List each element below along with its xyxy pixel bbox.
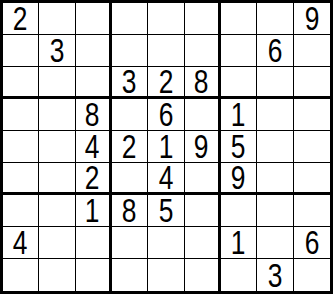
cell-r8c5[interactable] xyxy=(148,227,184,259)
sudoku-board: 2936328861421952491854163 xyxy=(0,0,333,294)
given-digit: 4 xyxy=(13,227,28,259)
given-digit: 6 xyxy=(159,99,174,131)
given-digit: 3 xyxy=(122,67,137,98)
cell-r2c9[interactable] xyxy=(294,35,330,67)
cell-r2c1[interactable] xyxy=(3,35,39,67)
cell-r3c8[interactable] xyxy=(257,67,293,99)
cell-r8c4[interactable] xyxy=(112,227,148,259)
cell-r9c5[interactable] xyxy=(148,259,184,291)
cell-r1c6[interactable] xyxy=(185,3,221,35)
cell-r3c3[interactable] xyxy=(76,67,112,99)
cell-r4c3[interactable]: 8 xyxy=(76,99,112,131)
cell-r9c9[interactable] xyxy=(294,259,330,291)
cell-r9c6[interactable] xyxy=(185,259,221,291)
cell-r2c8[interactable]: 6 xyxy=(257,35,293,67)
cell-r1c5[interactable] xyxy=(148,3,184,35)
cell-r6c6[interactable] xyxy=(185,163,221,195)
cell-r7c4[interactable]: 8 xyxy=(112,195,148,227)
cell-r8c9[interactable]: 6 xyxy=(294,227,330,259)
cell-r2c5[interactable] xyxy=(148,35,184,67)
cell-r9c8[interactable]: 3 xyxy=(257,259,293,291)
cell-r9c1[interactable] xyxy=(3,259,39,291)
given-digit: 4 xyxy=(85,131,100,163)
cell-r3c2[interactable] xyxy=(39,67,75,99)
given-digit: 6 xyxy=(304,227,319,259)
cell-r1c8[interactable] xyxy=(257,3,293,35)
cell-r2c2[interactable]: 3 xyxy=(39,35,75,67)
cell-r5c8[interactable] xyxy=(257,131,293,163)
cell-r8c1[interactable]: 4 xyxy=(3,227,39,259)
given-digit: 2 xyxy=(159,67,174,98)
given-digit: 1 xyxy=(159,131,174,163)
cell-r4c4[interactable] xyxy=(112,99,148,131)
cell-r1c2[interactable] xyxy=(39,3,75,35)
given-digit: 5 xyxy=(159,195,174,227)
cell-r3c6[interactable]: 8 xyxy=(185,67,221,99)
cell-r8c7[interactable]: 1 xyxy=(221,227,257,259)
cell-r8c2[interactable] xyxy=(39,227,75,259)
cell-r3c9[interactable] xyxy=(294,67,330,99)
cell-r2c4[interactable] xyxy=(112,35,148,67)
cell-r7c2[interactable] xyxy=(39,195,75,227)
cell-r6c2[interactable] xyxy=(39,163,75,195)
cell-r1c4[interactable] xyxy=(112,3,148,35)
cell-r7c5[interactable]: 5 xyxy=(148,195,184,227)
cell-r5c4[interactable]: 2 xyxy=(112,131,148,163)
given-digit: 8 xyxy=(85,99,100,131)
cell-r3c7[interactable] xyxy=(221,67,257,99)
cell-r3c1[interactable] xyxy=(3,67,39,99)
cell-r1c3[interactable] xyxy=(76,3,112,35)
cell-r2c7[interactable] xyxy=(221,35,257,67)
cell-r9c4[interactable] xyxy=(112,259,148,291)
cell-r6c8[interactable] xyxy=(257,163,293,195)
cell-r6c4[interactable] xyxy=(112,163,148,195)
given-digit: 1 xyxy=(231,227,246,259)
given-digit: 2 xyxy=(85,163,100,194)
given-digit: 2 xyxy=(13,3,28,35)
cell-r8c3[interactable] xyxy=(76,227,112,259)
given-digit: 6 xyxy=(268,35,283,67)
cell-r9c3[interactable] xyxy=(76,259,112,291)
cell-r2c6[interactable] xyxy=(185,35,221,67)
cell-r4c7[interactable]: 1 xyxy=(221,99,257,131)
given-digit: 2 xyxy=(122,131,137,163)
given-digit: 1 xyxy=(85,195,100,227)
given-digit: 5 xyxy=(231,131,246,163)
cell-r4c9[interactable] xyxy=(294,99,330,131)
cell-r1c7[interactable] xyxy=(221,3,257,35)
given-digit: 9 xyxy=(231,163,246,194)
cell-r4c8[interactable] xyxy=(257,99,293,131)
given-digit: 4 xyxy=(159,163,174,194)
cell-r4c5[interactable]: 6 xyxy=(148,99,184,131)
cell-r7c1[interactable] xyxy=(3,195,39,227)
cell-r4c1[interactable] xyxy=(3,99,39,131)
cell-r4c6[interactable] xyxy=(185,99,221,131)
cell-r8c8[interactable] xyxy=(257,227,293,259)
cell-r4c2[interactable] xyxy=(39,99,75,131)
given-digit: 3 xyxy=(50,35,65,67)
cell-r8c6[interactable] xyxy=(185,227,221,259)
given-digit: 8 xyxy=(194,67,209,98)
cell-r5c3[interactable]: 4 xyxy=(76,131,112,163)
cell-r5c7[interactable]: 5 xyxy=(221,131,257,163)
cell-r5c2[interactable] xyxy=(39,131,75,163)
cell-r6c3[interactable]: 2 xyxy=(76,163,112,195)
cell-r2c3[interactable] xyxy=(76,35,112,67)
cell-r7c3[interactable]: 1 xyxy=(76,195,112,227)
cell-r5c9[interactable] xyxy=(294,131,330,163)
cell-r1c9[interactable]: 9 xyxy=(294,3,330,35)
cell-r6c9[interactable] xyxy=(294,163,330,195)
cell-r7c7[interactable] xyxy=(221,195,257,227)
cell-r5c5[interactable]: 1 xyxy=(148,131,184,163)
given-digit: 9 xyxy=(304,3,319,35)
cell-r3c4[interactable]: 3 xyxy=(112,67,148,99)
cell-r7c8[interactable] xyxy=(257,195,293,227)
given-digit: 3 xyxy=(268,259,283,291)
cell-r9c2[interactable] xyxy=(39,259,75,291)
cell-r6c1[interactable] xyxy=(3,163,39,195)
cell-r9c7[interactable] xyxy=(221,259,257,291)
cell-r5c1[interactable] xyxy=(3,131,39,163)
cell-r5c6[interactable]: 9 xyxy=(185,131,221,163)
given-digit: 1 xyxy=(231,99,246,131)
cell-r7c6[interactable] xyxy=(185,195,221,227)
cell-r3c5[interactable]: 2 xyxy=(148,67,184,99)
cell-r6c7[interactable]: 9 xyxy=(221,163,257,195)
cell-r6c5[interactable]: 4 xyxy=(148,163,184,195)
cell-r7c9[interactable] xyxy=(294,195,330,227)
given-digit: 9 xyxy=(194,131,209,163)
cell-r1c1[interactable]: 2 xyxy=(3,3,39,35)
given-digit: 8 xyxy=(122,195,137,227)
